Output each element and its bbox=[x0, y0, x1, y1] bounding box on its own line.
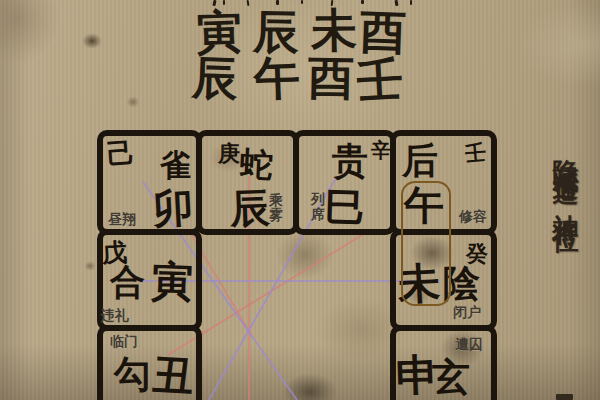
lesson-upper-4: 酉 bbox=[359, 8, 407, 56]
palace-mao-branch: 卯 bbox=[152, 187, 194, 229]
palace-si-stem: 辛 bbox=[371, 140, 391, 160]
lesson-lower-3: 酉 bbox=[308, 55, 355, 102]
palace-wei-status: 闭户 bbox=[453, 305, 481, 320]
clipped-glyph-tip bbox=[301, 0, 303, 4]
palace-yin-branch: 寅 bbox=[150, 260, 193, 303]
palace-chen-branch: 辰 bbox=[229, 187, 270, 228]
clipped-caption-glyph-tip bbox=[556, 394, 573, 400]
palace-wu-stem: 壬 bbox=[464, 141, 487, 164]
lesson-lower-1: 辰 bbox=[191, 54, 239, 102]
palace-shen-general: 玄 bbox=[432, 358, 470, 396]
palace-mao-stem: 己 bbox=[106, 139, 136, 169]
lesson-upper-3: 未 bbox=[311, 7, 358, 54]
palace-shen-status: 遭囚 bbox=[455, 337, 483, 352]
palace-si-status: 列席 bbox=[311, 192, 326, 222]
liuren-board-screen: 寅 辰 未 酉 辰 午 酉 壬 己 雀 卯 昼翔 庚 蛇 辰 乘雾 贵 辛 巳 … bbox=[0, 0, 600, 400]
lesson-lower-2: 午 bbox=[253, 54, 301, 102]
palace-chen-status: 乘雾 bbox=[269, 193, 284, 223]
palace-si-general: 贵 bbox=[332, 142, 368, 178]
lesson-upper-1: 寅 bbox=[195, 8, 243, 56]
sidebar-caption-bottom: 神将位 bbox=[551, 192, 581, 213]
palace-wu-general: 后 bbox=[402, 142, 438, 178]
wu-wei-highlight-box bbox=[401, 181, 451, 306]
palace-chen-stem: 庚 bbox=[218, 142, 240, 164]
sidebar-caption-top: 隐藏通道 bbox=[551, 138, 581, 166]
palace-chen-general: 蛇 bbox=[239, 147, 274, 182]
palace-yin-status: 违礼 bbox=[101, 308, 129, 323]
sidebar-caption: 隐藏通道神将位 bbox=[549, 138, 584, 213]
palace-chou-status: 临门 bbox=[110, 334, 138, 349]
palace-chou-branch: 丑 bbox=[151, 354, 195, 398]
clipped-glyph-tip bbox=[410, 0, 412, 5]
lesson-lower-4: 壬 bbox=[356, 56, 404, 104]
palace-yin-general: 合 bbox=[110, 264, 145, 299]
lesson-upper-2: 辰 bbox=[253, 9, 300, 56]
palace-chou-general: 勾 bbox=[114, 356, 151, 393]
palace-mao-general: 雀 bbox=[160, 150, 191, 181]
palace-mao-status: 昼翔 bbox=[108, 212, 136, 227]
palace-wu-status: 修容 bbox=[459, 209, 487, 224]
palace-si-branch: 巳 bbox=[324, 186, 365, 227]
